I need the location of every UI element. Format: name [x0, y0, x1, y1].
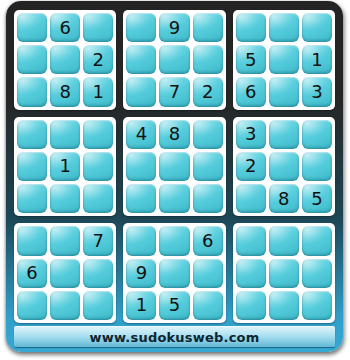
cell-r5c3[interactable]	[83, 152, 113, 181]
cell-r3c8[interactable]	[269, 77, 299, 106]
site-link[interactable]: www.sudokusweb.com	[90, 330, 260, 345]
cell-r9c9[interactable]	[302, 291, 332, 320]
cell-r2c9[interactable]: 1	[302, 45, 332, 74]
cell-r2c4[interactable]	[126, 45, 156, 74]
cell-r1c6[interactable]	[193, 13, 223, 42]
cell-r7c6[interactable]: 6	[193, 226, 223, 255]
cell-r5c2[interactable]: 1	[50, 152, 80, 181]
cell-r6c9[interactable]: 5	[302, 184, 332, 213]
box-1-3: 5163	[233, 10, 335, 110]
cell-r3c9[interactable]: 3	[302, 77, 332, 106]
cell-r2c1[interactable]	[17, 45, 47, 74]
box-1-1: 6281	[14, 10, 116, 110]
cell-r7c8[interactable]	[269, 226, 299, 255]
cell-r9c4[interactable]: 1	[126, 291, 156, 320]
cell-r8c8[interactable]	[269, 259, 299, 288]
cell-r1c1[interactable]	[17, 13, 47, 42]
cell-r1c7[interactable]	[236, 13, 266, 42]
cell-r9c1[interactable]	[17, 291, 47, 320]
cell-r7c4[interactable]	[126, 226, 156, 255]
cell-r3c1[interactable]	[17, 77, 47, 106]
cell-r7c5[interactable]	[159, 226, 189, 255]
page: 628197251631483285766915 www.sudokusweb.…	[0, 0, 350, 360]
cell-r7c3[interactable]: 7	[83, 226, 113, 255]
cell-r9c2[interactable]	[50, 291, 80, 320]
cell-r4c2[interactable]	[50, 120, 80, 149]
cell-r1c9[interactable]	[302, 13, 332, 42]
cell-r7c7[interactable]	[236, 226, 266, 255]
cell-r2c5[interactable]	[159, 45, 189, 74]
cell-r9c7[interactable]	[236, 291, 266, 320]
cell-r6c5[interactable]	[159, 184, 189, 213]
cell-r1c2[interactable]: 6	[50, 13, 80, 42]
cell-r6c8[interactable]: 8	[269, 184, 299, 213]
cell-r3c7[interactable]: 6	[236, 77, 266, 106]
cell-r8c2[interactable]	[50, 259, 80, 288]
cell-r3c5[interactable]: 7	[159, 77, 189, 106]
cell-r2c2[interactable]	[50, 45, 80, 74]
cell-r2c7[interactable]: 5	[236, 45, 266, 74]
cell-r5c4[interactable]	[126, 152, 156, 181]
cell-r8c3[interactable]	[83, 259, 113, 288]
box-3-2: 6915	[123, 223, 225, 323]
cell-r4c5[interactable]: 8	[159, 120, 189, 149]
cell-r5c9[interactable]	[302, 152, 332, 181]
cell-r6c1[interactable]	[17, 184, 47, 213]
cell-r9c3[interactable]	[83, 291, 113, 320]
cell-r3c3[interactable]: 1	[83, 77, 113, 106]
cell-r8c6[interactable]	[193, 259, 223, 288]
cell-r5c8[interactable]	[269, 152, 299, 181]
cell-r8c1[interactable]: 6	[17, 259, 47, 288]
cell-r6c4[interactable]	[126, 184, 156, 213]
cell-r1c4[interactable]	[126, 13, 156, 42]
cell-r3c2[interactable]: 8	[50, 77, 80, 106]
cell-r7c9[interactable]	[302, 226, 332, 255]
cell-r2c6[interactable]	[193, 45, 223, 74]
cell-r8c9[interactable]	[302, 259, 332, 288]
cell-r2c8[interactable]	[269, 45, 299, 74]
box-3-3	[233, 223, 335, 323]
cell-r6c3[interactable]	[83, 184, 113, 213]
cell-r7c1[interactable]	[17, 226, 47, 255]
cell-r8c4[interactable]: 9	[126, 259, 156, 288]
board-grid: 628197251631483285766915	[14, 10, 335, 323]
cell-r5c6[interactable]	[193, 152, 223, 181]
cell-r6c7[interactable]	[236, 184, 266, 213]
cell-r9c6[interactable]	[193, 291, 223, 320]
cell-r4c4[interactable]: 4	[126, 120, 156, 149]
cell-r4c1[interactable]	[17, 120, 47, 149]
cell-r4c6[interactable]	[193, 120, 223, 149]
cell-r5c5[interactable]	[159, 152, 189, 181]
cell-r5c7[interactable]: 2	[236, 152, 266, 181]
cell-r4c8[interactable]	[269, 120, 299, 149]
box-2-2: 48	[123, 117, 225, 217]
cell-r4c3[interactable]	[83, 120, 113, 149]
cell-r1c8[interactable]	[269, 13, 299, 42]
box-2-1: 1	[14, 117, 116, 217]
cell-r9c5[interactable]: 5	[159, 291, 189, 320]
cell-r8c5[interactable]	[159, 259, 189, 288]
cell-r8c7[interactable]	[236, 259, 266, 288]
cell-r6c2[interactable]	[50, 184, 80, 213]
cell-r1c5[interactable]: 9	[159, 13, 189, 42]
box-1-2: 972	[123, 10, 225, 110]
cell-r3c6[interactable]: 2	[193, 77, 223, 106]
cell-r3c4[interactable]	[126, 77, 156, 106]
cell-r5c1[interactable]	[17, 152, 47, 181]
footer-bar: www.sudokusweb.com	[14, 326, 335, 347]
cell-r7c2[interactable]	[50, 226, 80, 255]
cell-r1c3[interactable]	[83, 13, 113, 42]
cell-r9c8[interactable]	[269, 291, 299, 320]
box-3-1: 76	[14, 223, 116, 323]
cell-r2c3[interactable]: 2	[83, 45, 113, 74]
cell-r4c9[interactable]	[302, 120, 332, 149]
cell-r6c6[interactable]	[193, 184, 223, 213]
box-2-3: 3285	[233, 117, 335, 217]
sudoku-board: 628197251631483285766915 www.sudokusweb.…	[6, 1, 343, 352]
cell-r4c7[interactable]: 3	[236, 120, 266, 149]
